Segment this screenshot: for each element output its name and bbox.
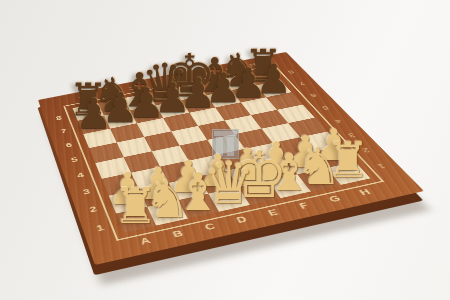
rank-label-3-left: 3 bbox=[82, 187, 91, 195]
rank-label-8-right: 8 bbox=[287, 69, 296, 74]
file-label-f-near: F bbox=[297, 201, 310, 210]
file-label-a-near: A bbox=[139, 236, 152, 246]
file-label-b-far: B bbox=[103, 90, 112, 95]
file-label-a-far: A bbox=[78, 95, 87, 101]
watermark-bar bbox=[216, 137, 223, 156]
watermark-top-band bbox=[214, 131, 237, 136]
rank-label-5-right: 5 bbox=[320, 105, 330, 111]
watermark-bar bbox=[227, 137, 234, 156]
rank-label-7-right: 7 bbox=[297, 80, 306, 85]
rank-label-8-left: 8 bbox=[55, 115, 63, 121]
file-label-h-near: H bbox=[357, 187, 372, 196]
rank-label-4-left: 4 bbox=[76, 171, 85, 179]
watermark-logo bbox=[212, 129, 239, 159]
file-label-h-far: H bbox=[248, 62, 258, 67]
file-label-g-far: G bbox=[224, 67, 234, 72]
rank-label-2-left: 2 bbox=[88, 204, 97, 213]
rank-label-6-left: 6 bbox=[65, 141, 73, 148]
file-label-e-far: E bbox=[176, 76, 185, 81]
file-label-b-near: B bbox=[171, 228, 184, 238]
rank-label-2-right: 2 bbox=[360, 147, 371, 154]
file-label-c-near: C bbox=[203, 221, 216, 231]
rank-label-1-left: 1 bbox=[95, 223, 105, 232]
file-label-c-far: C bbox=[127, 86, 136, 91]
rank-label-1-right: 1 bbox=[375, 162, 387, 169]
rank-label-3-right: 3 bbox=[346, 132, 357, 138]
file-label-f-far: F bbox=[201, 72, 209, 77]
rank-label-4-right: 4 bbox=[333, 118, 343, 124]
rank-label-7-left: 7 bbox=[60, 127, 68, 133]
rank-label-5-left: 5 bbox=[70, 156, 78, 163]
rank-label-6-right: 6 bbox=[308, 92, 317, 97]
photo-scene: AABBCCDDEEFFGGHH8877665544332211 ♜♞♝♛♚♝♞… bbox=[0, 0, 450, 300]
file-label-d-far: D bbox=[152, 81, 161, 86]
file-label-e-near: E bbox=[266, 208, 279, 217]
file-label-d-near: D bbox=[235, 214, 249, 224]
file-label-g-near: G bbox=[327, 194, 342, 203]
